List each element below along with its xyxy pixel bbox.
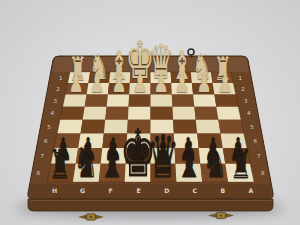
square-e2: [129, 83, 150, 95]
square-g8: [73, 164, 101, 182]
square-b1: [191, 72, 213, 83]
square-f6: [102, 133, 127, 148]
square-b5: [196, 120, 221, 134]
clasp-keyhole: [220, 215, 222, 217]
file-label-e: E: [137, 187, 141, 194]
square-d6: [151, 133, 175, 148]
frame-highlight: [52, 57, 249, 72]
square-a8: [225, 164, 254, 182]
square-f4: [105, 107, 128, 120]
clasp-wing: [208, 213, 217, 218]
square-a6: [221, 133, 247, 148]
square-b7: [199, 148, 226, 164]
square-a3: [214, 95, 238, 107]
square-a4: [216, 107, 241, 120]
square-d4: [151, 107, 174, 120]
square-h1: [68, 72, 90, 83]
square-d8: [151, 164, 177, 182]
square-a5: [218, 120, 243, 134]
rank-label-left-2: 2: [56, 86, 60, 92]
square-f3: [107, 95, 130, 107]
square-g2: [87, 83, 110, 95]
square-c1: [171, 72, 192, 83]
square-f8: [99, 164, 126, 182]
rank-label-right-1: 1: [239, 75, 243, 81]
square-h8: [47, 164, 76, 182]
rank-label-left-6: 6: [44, 138, 48, 144]
square-e5: [127, 120, 150, 134]
square-c2: [171, 83, 193, 95]
square-h3: [63, 95, 87, 107]
rank-label-left-3: 3: [53, 98, 57, 104]
square-h4: [60, 107, 85, 120]
file-label-g: G: [80, 187, 85, 194]
rank-label-left-4: 4: [51, 110, 55, 116]
rank-label-right-3: 3: [244, 98, 248, 104]
square-c6: [174, 133, 199, 148]
square-e6: [126, 133, 150, 148]
rank-label-left-5: 5: [47, 124, 51, 130]
rank-label-right-8: 8: [261, 170, 265, 176]
square-c7: [175, 148, 201, 164]
file-label-a: A: [249, 187, 254, 194]
square-e4: [128, 107, 151, 120]
square-g6: [78, 133, 104, 148]
square-f5: [104, 120, 128, 134]
square-c8: [175, 164, 202, 182]
rank-label-right-7: 7: [257, 153, 261, 159]
rank-label-left-8: 8: [36, 170, 40, 176]
square-e1: [130, 72, 151, 83]
square-h2: [65, 83, 88, 95]
square-a1: [211, 72, 233, 83]
hinge-ring-icon: [188, 49, 194, 55]
square-g1: [88, 72, 110, 83]
square-d3: [151, 95, 173, 107]
square-a7: [223, 148, 250, 164]
square-c3: [172, 95, 195, 107]
square-e7: [126, 148, 151, 164]
file-label-h: H: [52, 187, 57, 194]
square-g3: [85, 95, 108, 107]
square-g7: [76, 148, 103, 164]
rank-label-right-4: 4: [247, 110, 251, 116]
square-b8: [200, 164, 228, 182]
file-label-f: F: [109, 187, 113, 194]
clasp-wing: [78, 214, 87, 219]
square-b6: [197, 133, 223, 148]
square-c4: [172, 107, 195, 120]
square-h6: [54, 133, 80, 148]
square-a2: [213, 83, 236, 95]
clasp-wing: [225, 213, 234, 218]
square-d7: [151, 148, 176, 164]
square-h5: [57, 120, 82, 134]
clasp-wing: [95, 214, 104, 219]
chess-board: HGFEDCBA1122334455667788: [0, 0, 300, 225]
file-label-c: C: [193, 187, 198, 194]
rank-label-left-7: 7: [40, 153, 44, 159]
clasp-keyhole: [90, 216, 92, 218]
square-d1: [151, 72, 172, 83]
square-d2: [151, 83, 172, 95]
rank-label-right-5: 5: [250, 124, 254, 130]
rank-label-right-6: 6: [253, 138, 257, 144]
square-f7: [101, 148, 127, 164]
file-label-b: B: [221, 187, 226, 194]
square-g5: [80, 120, 105, 134]
square-e8: [125, 164, 151, 182]
square-c5: [173, 120, 197, 134]
square-f2: [108, 83, 130, 95]
square-e3: [129, 95, 151, 107]
square-f1: [109, 72, 130, 83]
square-d5: [151, 120, 174, 134]
square-b4: [194, 107, 218, 120]
file-label-d: D: [164, 187, 169, 194]
square-b2: [192, 83, 215, 95]
square-b3: [193, 95, 216, 107]
rank-label-left-1: 1: [59, 75, 63, 81]
square-g4: [83, 107, 107, 120]
photo-background: HGFEDCBA1122334455667788 ♜♞♝♛♚♝♞♜♟♟♟♟♟♟♟…: [0, 0, 300, 225]
frame-shade: [29, 184, 272, 198]
rank-label-right-2: 2: [241, 86, 245, 92]
square-h7: [51, 148, 78, 164]
